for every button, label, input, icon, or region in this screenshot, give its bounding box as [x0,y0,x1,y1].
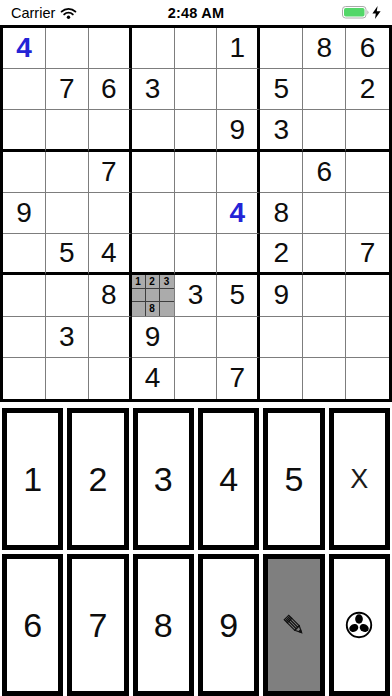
given-digit: 4 [145,364,161,392]
cell-r2c1[interactable] [3,69,46,110]
key-1[interactable]: 1 [2,408,63,550]
cell-r8c7[interactable] [260,317,303,358]
cell-r2c8[interactable] [303,69,346,110]
cell-r8c1[interactable] [3,317,46,358]
cell-r6c3[interactable]: 4 [89,234,132,275]
cell-r6c7[interactable]: 2 [260,234,303,275]
given-digit: 5 [273,75,289,103]
note-2: 2 [146,275,160,288]
sudoku-board: 41867635293769485427812383593947 [0,25,392,402]
note-9 [160,302,174,315]
wifi-icon [60,7,77,19]
cell-r5c2[interactable] [46,193,89,234]
cell-r8c4[interactable]: 9 [132,317,175,358]
cell-r2c5[interactable] [175,69,218,110]
battery-icon [342,6,370,19]
cell-r9c5[interactable] [175,358,218,399]
cell-r6c9[interactable]: 7 [346,234,389,275]
cell-r3c1[interactable] [3,110,46,151]
cell-r8c2[interactable]: 3 [46,317,89,358]
cell-r3c2[interactable] [46,110,89,151]
key-8[interactable]: 8 [133,554,194,696]
cell-r2c7[interactable]: 5 [260,69,303,110]
given-digit: 8 [101,281,117,309]
cell-r4c6[interactable] [217,152,260,193]
cell-r1c2[interactable] [46,28,89,69]
keypad-row-2: 6789 [2,554,390,696]
key-4[interactable]: 4 [198,408,259,550]
cell-r8c9[interactable] [346,317,389,358]
status-bar-left: Carrier [11,5,77,21]
given-digit: 4 [101,239,117,267]
cell-r5c4[interactable] [132,193,175,234]
cell-r4c5[interactable] [175,152,218,193]
cell-r4c7[interactable] [260,152,303,193]
note-5 [146,289,160,302]
cell-r5c7[interactable]: 8 [260,193,303,234]
given-digit: 7 [360,239,376,267]
cell-r6c4[interactable] [132,234,175,275]
cell-r6c6[interactable] [217,234,260,275]
cell-r6c2[interactable]: 5 [46,234,89,275]
given-digit: 5 [59,239,75,267]
cell-r2c2[interactable]: 7 [46,69,89,110]
cell-r7c1[interactable] [3,275,46,316]
cell-r4c9[interactable] [346,152,389,193]
cell-r9c6[interactable]: 7 [217,358,260,399]
cell-r3c7[interactable]: 3 [260,110,303,151]
key-clear[interactable]: X [329,408,390,550]
cell-r7c4[interactable]: 1238 [132,275,175,316]
cell-r6c8[interactable] [303,234,346,275]
trefoil-button[interactable] [329,554,390,696]
cell-r8c8[interactable] [303,317,346,358]
given-digit: 7 [230,364,246,392]
key-7[interactable]: 7 [67,554,128,696]
cell-r4c8[interactable]: 6 [303,152,346,193]
cell-r3c5[interactable] [175,110,218,151]
cell-r3c4[interactable] [132,110,175,151]
given-digit: 6 [101,75,117,103]
cell-r4c2[interactable] [46,152,89,193]
charging-bolt-icon [372,6,381,19]
given-digit: 9 [145,323,161,351]
given-digit: 2 [273,239,289,267]
screen: Carrier 2:48 AM 418676352937694854278123… [0,0,392,696]
cell-r1c3[interactable] [89,28,132,69]
carrier-label: Carrier [11,5,55,21]
cell-r7c6[interactable]: 5 [217,275,260,316]
cell-r1c7[interactable] [260,28,303,69]
trefoil-icon [343,609,375,641]
cell-r9c9[interactable] [346,358,389,399]
given-digit: 7 [59,75,75,103]
cell-r3c3[interactable] [89,110,132,151]
cell-r9c8[interactable] [303,358,346,399]
given-digit: 9 [273,281,289,309]
cell-r3c6[interactable]: 9 [217,110,260,151]
cell-r5c6[interactable]: 4 [217,193,260,234]
given-digit: 8 [316,34,332,62]
cell-r9c1[interactable] [3,358,46,399]
cell-r6c5[interactable] [175,234,218,275]
cell-r2c4[interactable]: 3 [132,69,175,110]
cell-r1c6[interactable]: 1 [217,28,260,69]
cell-r9c3[interactable] [89,358,132,399]
given-digit: 6 [316,158,332,186]
cell-r5c8[interactable] [303,193,346,234]
key-3[interactable]: 3 [133,408,194,550]
given-digit: 6 [360,34,376,62]
given-digit: 3 [59,323,75,351]
clock: 2:48 AM [168,5,224,21]
cell-r8c3[interactable] [89,317,132,358]
cell-r8c6[interactable] [217,317,260,358]
cell-r4c4[interactable] [132,152,175,193]
note-4 [132,289,146,302]
given-digit: 1 [230,34,246,62]
cell-r3c8[interactable] [303,110,346,151]
cell-r1c1[interactable]: 4 [3,28,46,69]
cell-r1c8[interactable]: 8 [303,28,346,69]
given-digit: 9 [16,199,32,227]
cell-r1c4[interactable] [132,28,175,69]
pencil-mode-button[interactable] [263,554,324,696]
cell-r9c4[interactable]: 4 [132,358,175,399]
given-digit: 2 [360,75,376,103]
cell-r5c5[interactable] [175,193,218,234]
note-1: 1 [132,275,146,288]
user-digit: 4 [16,34,32,62]
cell-r9c7[interactable] [260,358,303,399]
cell-r8c5[interactable] [175,317,218,358]
cell-r7c3[interactable]: 8 [89,275,132,316]
note-3: 3 [160,275,174,288]
given-digit: 3 [145,75,161,103]
keypad: 12345X6789 [0,402,392,696]
pencil-icon [277,608,311,642]
user-digit: 4 [230,199,246,227]
cell-r5c9[interactable] [346,193,389,234]
cell-r2c3[interactable]: 6 [89,69,132,110]
cell-r1c9[interactable]: 6 [346,28,389,69]
note-7 [132,302,146,315]
cell-r7c8[interactable] [303,275,346,316]
key-2[interactable]: 2 [67,408,128,550]
cell-r4c3[interactable]: 7 [89,152,132,193]
cell-r6c1[interactable] [3,234,46,275]
given-digit: 9 [230,116,246,144]
given-digit: 8 [273,199,289,227]
cell-r5c3[interactable] [89,193,132,234]
cell-r9c2[interactable] [46,358,89,399]
note-6 [160,289,174,302]
key-5[interactable]: 5 [263,408,324,550]
cell-r3c9[interactable] [346,110,389,151]
status-bar: Carrier 2:48 AM [0,0,392,25]
given-digit: 3 [273,116,289,144]
cell-r7c9[interactable] [346,275,389,316]
note-8: 8 [146,302,160,315]
given-digit: 3 [188,281,204,309]
keypad-row-1: 12345X [2,408,390,550]
cell-r2c6[interactable] [217,69,260,110]
cell-r2c9[interactable]: 2 [346,69,389,110]
status-bar-right [342,6,381,19]
cell-r7c5[interactable]: 3 [175,275,218,316]
cell-r7c2[interactable] [46,275,89,316]
key-9[interactable]: 9 [198,554,259,696]
cell-r1c5[interactable] [175,28,218,69]
cell-r5c1[interactable]: 9 [3,193,46,234]
key-6[interactable]: 6 [2,554,63,696]
given-digit: 5 [230,281,246,309]
pencil-notes-grid: 1238 [132,275,174,315]
cell-r4c1[interactable] [3,152,46,193]
cell-r7c7[interactable]: 9 [260,275,303,316]
given-digit: 7 [101,158,117,186]
